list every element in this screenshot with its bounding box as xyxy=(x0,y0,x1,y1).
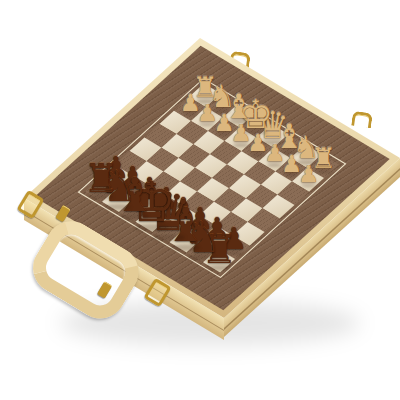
chess-case: ♜♞♝♛♚♝♞♜♟♟♟♟♟♟♟♟♟♟♟♟♟♟♟♟♜♞♝♛♚♝♞♜ xyxy=(0,0,400,400)
hinge-icon xyxy=(351,111,373,129)
